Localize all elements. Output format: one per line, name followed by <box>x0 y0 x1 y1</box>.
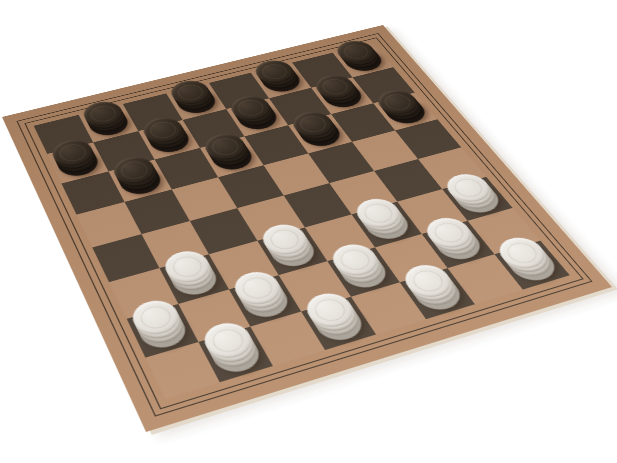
product-photo <box>0 0 617 463</box>
checkers-board <box>2 25 612 432</box>
board-grid <box>34 43 570 399</box>
